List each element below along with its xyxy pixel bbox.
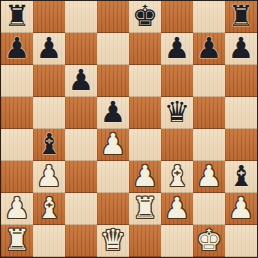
white-queen-icon: ♛ <box>100 224 126 256</box>
square-b7[interactable]: ♟ <box>33 33 65 65</box>
square-a5[interactable] <box>1 97 33 129</box>
square-a1[interactable]: ♜ <box>1 225 33 257</box>
white-rook-icon: ♜ <box>4 224 30 256</box>
square-e3[interactable]: ♟ <box>129 161 161 193</box>
square-b1[interactable] <box>33 225 65 257</box>
white-pawn-icon: ♟ <box>100 128 126 160</box>
square-f5[interactable]: ♛ <box>161 97 193 129</box>
black-pawn-icon: ♟ <box>68 64 94 96</box>
square-d1[interactable]: ♛ <box>97 225 129 257</box>
square-g7[interactable]: ♟ <box>193 33 225 65</box>
square-b8[interactable] <box>33 1 65 33</box>
white-pawn-icon: ♟ <box>132 160 158 192</box>
square-h7[interactable]: ♟ <box>225 33 257 65</box>
black-rook-icon: ♜ <box>228 0 254 32</box>
square-a7[interactable]: ♟ <box>1 33 33 65</box>
square-c1[interactable] <box>65 225 97 257</box>
square-c4[interactable] <box>65 129 97 161</box>
square-a2[interactable]: ♟ <box>1 193 33 225</box>
square-e1[interactable] <box>129 225 161 257</box>
white-pawn-icon: ♟ <box>164 192 190 224</box>
square-h3[interactable]: ♝ <box>225 161 257 193</box>
square-g4[interactable] <box>193 129 225 161</box>
square-f7[interactable]: ♟ <box>161 33 193 65</box>
white-king-icon: ♚ <box>196 224 222 256</box>
white-pawn-icon: ♟ <box>36 160 62 192</box>
square-c8[interactable] <box>65 1 97 33</box>
chess-board: ♜♚♜♟♟♟♟♟♟♟♛♝♟♟♟♝♟♝♟♝♜♟♟♜♛♚ <box>1 1 257 257</box>
square-b3[interactable]: ♟ <box>33 161 65 193</box>
white-pawn-icon: ♟ <box>228 192 254 224</box>
white-bishop-icon: ♝ <box>164 160 190 192</box>
black-pawn-icon: ♟ <box>100 96 126 128</box>
square-b4[interactable]: ♝ <box>33 129 65 161</box>
square-c2[interactable] <box>65 193 97 225</box>
black-queen-icon: ♛ <box>164 96 190 128</box>
white-pawn-icon: ♟ <box>4 192 30 224</box>
square-g1[interactable]: ♚ <box>193 225 225 257</box>
square-h4[interactable] <box>225 129 257 161</box>
square-d3[interactable] <box>97 161 129 193</box>
black-bishop-icon: ♝ <box>228 160 254 192</box>
square-c5[interactable] <box>65 97 97 129</box>
white-rook-icon: ♜ <box>132 192 158 224</box>
square-e8[interactable]: ♚ <box>129 1 161 33</box>
black-pawn-icon: ♟ <box>4 32 30 64</box>
square-g5[interactable] <box>193 97 225 129</box>
square-d7[interactable] <box>97 33 129 65</box>
square-h8[interactable]: ♜ <box>225 1 257 33</box>
square-d2[interactable] <box>97 193 129 225</box>
square-d8[interactable] <box>97 1 129 33</box>
square-f1[interactable] <box>161 225 193 257</box>
square-e2[interactable]: ♜ <box>129 193 161 225</box>
square-e4[interactable] <box>129 129 161 161</box>
black-pawn-icon: ♟ <box>164 32 190 64</box>
square-h2[interactable]: ♟ <box>225 193 257 225</box>
square-b6[interactable] <box>33 65 65 97</box>
black-pawn-icon: ♟ <box>196 32 222 64</box>
square-d4[interactable]: ♟ <box>97 129 129 161</box>
black-king-icon: ♚ <box>132 0 158 32</box>
square-a4[interactable] <box>1 129 33 161</box>
square-h5[interactable] <box>225 97 257 129</box>
chess-board-frame: ♜♚♜♟♟♟♟♟♟♟♛♝♟♟♟♝♟♝♟♝♜♟♟♜♛♚ <box>0 0 258 258</box>
square-c7[interactable] <box>65 33 97 65</box>
square-d5[interactable]: ♟ <box>97 97 129 129</box>
square-a6[interactable] <box>1 65 33 97</box>
black-pawn-icon: ♟ <box>228 32 254 64</box>
square-a8[interactable]: ♜ <box>1 1 33 33</box>
white-bishop-icon: ♝ <box>36 192 62 224</box>
white-pawn-icon: ♟ <box>196 160 222 192</box>
square-e6[interactable] <box>129 65 161 97</box>
square-f2[interactable]: ♟ <box>161 193 193 225</box>
square-c6[interactable]: ♟ <box>65 65 97 97</box>
square-h1[interactable] <box>225 225 257 257</box>
black-pawn-icon: ♟ <box>36 32 62 64</box>
square-h6[interactable] <box>225 65 257 97</box>
square-f4[interactable] <box>161 129 193 161</box>
black-bishop-icon: ♝ <box>36 128 62 160</box>
square-f8[interactable] <box>161 1 193 33</box>
square-d6[interactable] <box>97 65 129 97</box>
square-g2[interactable] <box>193 193 225 225</box>
square-b5[interactable] <box>33 97 65 129</box>
square-e7[interactable] <box>129 33 161 65</box>
black-rook-icon: ♜ <box>4 0 30 32</box>
square-g6[interactable] <box>193 65 225 97</box>
square-f6[interactable] <box>161 65 193 97</box>
square-f3[interactable]: ♝ <box>161 161 193 193</box>
square-g8[interactable] <box>193 1 225 33</box>
square-g3[interactable]: ♟ <box>193 161 225 193</box>
square-c3[interactable] <box>65 161 97 193</box>
square-b2[interactable]: ♝ <box>33 193 65 225</box>
square-e5[interactable] <box>129 97 161 129</box>
square-a3[interactable] <box>1 161 33 193</box>
